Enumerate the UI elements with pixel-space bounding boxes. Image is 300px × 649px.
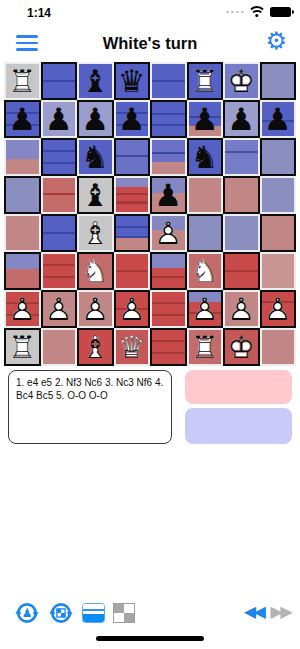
square-d6[interactable]	[114, 138, 151, 176]
square-g7[interactable]: ♟	[223, 100, 260, 138]
square-h8[interactable]	[260, 62, 297, 100]
square-b1[interactable]	[41, 328, 78, 366]
square-g4[interactable]	[223, 214, 260, 252]
square-d1[interactable]: ♛♕	[114, 328, 151, 366]
cellular-signal-icon	[226, 11, 244, 14]
square-c8[interactable]: ♝	[77, 62, 114, 100]
status-bar: 1:14	[0, 0, 300, 24]
square-d8[interactable]: ♛	[114, 62, 151, 100]
square-e4[interactable]: ♟♙	[150, 214, 187, 252]
square-d4[interactable]	[114, 214, 151, 252]
square-c3[interactable]: ♞♘	[77, 252, 114, 290]
square-b2[interactable]: ♟♙	[41, 290, 78, 328]
square-a6[interactable]	[4, 138, 41, 176]
square-f5[interactable]	[187, 176, 224, 214]
black-influence-swatch[interactable]	[185, 408, 292, 444]
square-c2[interactable]: ♟♙	[77, 290, 114, 328]
square-c5[interactable]: ♝	[77, 176, 114, 214]
forward-icon[interactable]: ▶▶	[270, 602, 290, 621]
square-b3[interactable]	[41, 252, 78, 290]
square-c4[interactable]: ♝♗	[77, 214, 114, 252]
clock-time: 1:14	[27, 6, 51, 20]
square-h5[interactable]	[260, 176, 297, 214]
rewind-icon[interactable]: ◀◀	[244, 602, 264, 621]
square-e8[interactable]	[150, 62, 187, 100]
square-h6[interactable]	[260, 138, 297, 176]
gear-icon[interactable]: ⚙	[265, 27, 287, 55]
square-g2[interactable]: ♟♙	[223, 290, 260, 328]
rotate-pieces-icon[interactable]: ♟	[14, 600, 40, 626]
square-a1[interactable]: ♜♖	[4, 328, 41, 366]
square-d3[interactable]	[114, 252, 151, 290]
square-f8[interactable]: ♜♖	[187, 62, 224, 100]
bottom-toolbar: ♟	[14, 600, 135, 626]
status-icons	[226, 6, 291, 18]
square-b4[interactable]	[41, 214, 78, 252]
square-b6[interactable]	[41, 138, 78, 176]
square-f4[interactable]	[187, 214, 224, 252]
square-a3[interactable]	[4, 252, 41, 290]
square-c1[interactable]: ♝♗	[77, 328, 114, 366]
square-h2[interactable]: ♟♙	[260, 290, 297, 328]
square-g3[interactable]	[223, 252, 260, 290]
home-indicator[interactable]	[96, 636, 204, 641]
wifi-icon	[249, 6, 265, 18]
square-e6[interactable]	[150, 138, 187, 176]
square-a5[interactable]	[4, 176, 41, 214]
square-f7[interactable]: ♟	[187, 100, 224, 138]
battery-icon	[270, 7, 291, 18]
square-a4[interactable]	[4, 214, 41, 252]
square-g8[interactable]: ♚♔	[223, 62, 260, 100]
app-screen: 1:14 White's turn ⚙ ♜♖♝♛♜♖♚♔♟♟♟♟♟♟♟♞♞♝♟♝…	[0, 0, 300, 649]
square-f6[interactable]: ♞	[187, 138, 224, 176]
square-h7[interactable]: ♟	[260, 100, 297, 138]
square-g6[interactable]	[223, 138, 260, 176]
square-h4[interactable]	[260, 214, 297, 252]
square-e5[interactable]: ♟	[150, 176, 187, 214]
square-a2[interactable]: ♟♙	[4, 290, 41, 328]
square-h3[interactable]	[260, 252, 297, 290]
move-navigation: ◀◀ ▶▶	[244, 602, 290, 621]
chess-board: ♜♖♝♛♜♖♚♔♟♟♟♟♟♟♟♞♞♝♟♝♗♟♙♞♘♞♘♟♙♟♙♟♙♟♙♟♙♟♙♟…	[4, 62, 296, 366]
square-e1[interactable]	[150, 328, 187, 366]
square-f2[interactable]: ♟♙	[187, 290, 224, 328]
square-e7[interactable]	[150, 100, 187, 138]
page-title: White's turn	[0, 34, 300, 53]
square-g5[interactable]	[223, 176, 260, 214]
rotate-board-icon[interactable]	[48, 600, 74, 626]
square-c7[interactable]: ♟	[77, 100, 114, 138]
square-d5[interactable]	[114, 176, 151, 214]
square-b7[interactable]: ♟	[41, 100, 78, 138]
svg-text:♟: ♟	[22, 606, 33, 620]
move-list[interactable]: 1. e4 e5 2. Nf3 Nc6 3. Nc3 Nf6 4. Bc4 Bc…	[8, 370, 172, 444]
square-f1[interactable]: ♜♖	[187, 328, 224, 366]
nav-bar: White's turn ⚙	[0, 24, 300, 60]
square-e3[interactable]	[150, 252, 187, 290]
square-c6[interactable]: ♞	[77, 138, 114, 176]
square-b5[interactable]	[41, 176, 78, 214]
square-d7[interactable]: ♟	[114, 100, 151, 138]
square-g1[interactable]: ♚♔	[223, 328, 260, 366]
board-view-icon[interactable]	[113, 603, 135, 623]
square-f3[interactable]: ♞♘	[187, 252, 224, 290]
square-a8[interactable]: ♜♖	[4, 62, 41, 100]
white-influence-swatch[interactable]	[185, 370, 292, 404]
square-a7[interactable]: ♟	[4, 100, 41, 138]
influence-view-icon[interactable]	[82, 603, 105, 623]
square-e2[interactable]	[150, 290, 187, 328]
square-h1[interactable]	[260, 328, 297, 366]
square-d2[interactable]: ♟♙	[114, 290, 151, 328]
square-b8[interactable]	[41, 62, 78, 100]
